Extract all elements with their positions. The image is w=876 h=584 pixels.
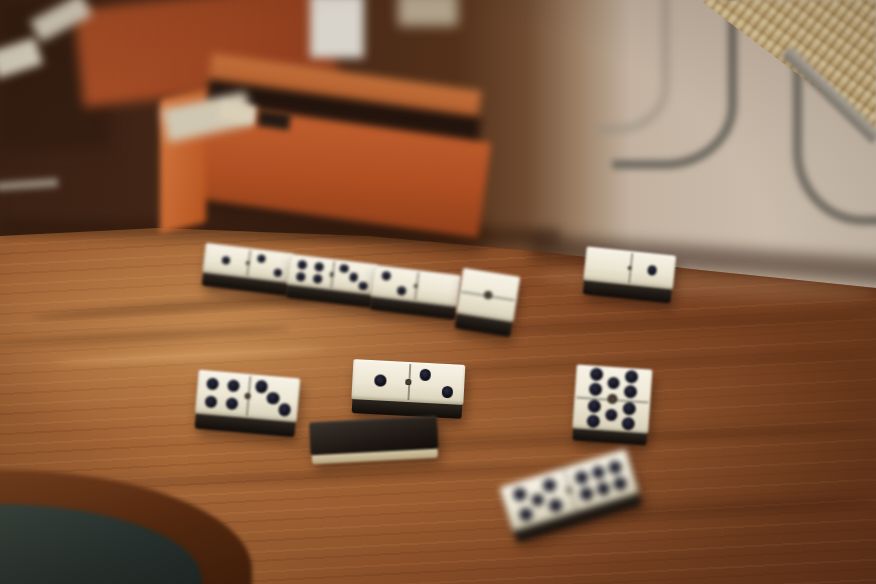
pip [590, 368, 604, 382]
pip [647, 265, 657, 275]
brass-spinner [413, 284, 418, 289]
scattered-tile-middle[interactable] [351, 359, 466, 419]
pip [595, 480, 611, 496]
chain-tile-4-crosswise[interactable] [454, 268, 521, 337]
pip [420, 369, 432, 381]
pip [296, 272, 306, 282]
pip [612, 475, 628, 491]
pip [349, 272, 359, 282]
photo-scene [0, 0, 876, 584]
brass-spinner [484, 291, 493, 300]
pip [315, 262, 325, 272]
pip [375, 375, 387, 387]
scattered-tile-right[interactable] [571, 364, 652, 445]
pip [441, 386, 453, 398]
face-down-tile[interactable] [309, 416, 439, 465]
pip [624, 385, 638, 399]
pip [541, 477, 557, 493]
pip [297, 260, 307, 270]
pip [622, 402, 636, 416]
brass-spinner [330, 272, 334, 276]
pip [607, 376, 621, 390]
dominoes-layer [0, 0, 876, 584]
pip [257, 254, 266, 263]
pip [339, 264, 349, 274]
pip [225, 397, 238, 410]
pip [358, 281, 368, 291]
pip [273, 268, 282, 277]
brass-spinner [246, 261, 250, 265]
pip [625, 370, 639, 384]
chain-tile-3[interactable] [369, 265, 462, 320]
brass-spinner [406, 379, 411, 384]
pip [586, 414, 600, 428]
pip [518, 506, 534, 522]
brass-spinner [607, 394, 618, 405]
pip [547, 498, 563, 514]
pip [530, 492, 546, 508]
chain-tile-1[interactable] [201, 243, 294, 296]
pip [512, 486, 528, 502]
pip [590, 465, 606, 481]
pip [579, 486, 595, 502]
pip [587, 400, 601, 414]
pip [381, 271, 391, 281]
tile-face-bone [572, 364, 652, 433]
brass-spinner [245, 393, 251, 399]
scattered-tile-bottom[interactable] [499, 449, 642, 543]
pip [206, 377, 219, 390]
brass-spinner [627, 266, 632, 271]
pip [607, 460, 623, 476]
pip [205, 395, 218, 408]
pip [255, 380, 268, 393]
pip [621, 417, 635, 431]
pip [221, 256, 230, 265]
chain-tile-2[interactable] [285, 254, 378, 308]
pip [226, 379, 239, 392]
pip [574, 470, 590, 486]
pip [589, 382, 603, 396]
pip [397, 286, 407, 296]
pip [313, 274, 323, 284]
pip [266, 392, 279, 405]
scattered-tile-left[interactable] [194, 370, 301, 438]
single-tile-upper-right[interactable] [582, 246, 677, 303]
pip [278, 403, 291, 416]
tile-face-bone [351, 359, 465, 405]
pip [604, 408, 618, 422]
